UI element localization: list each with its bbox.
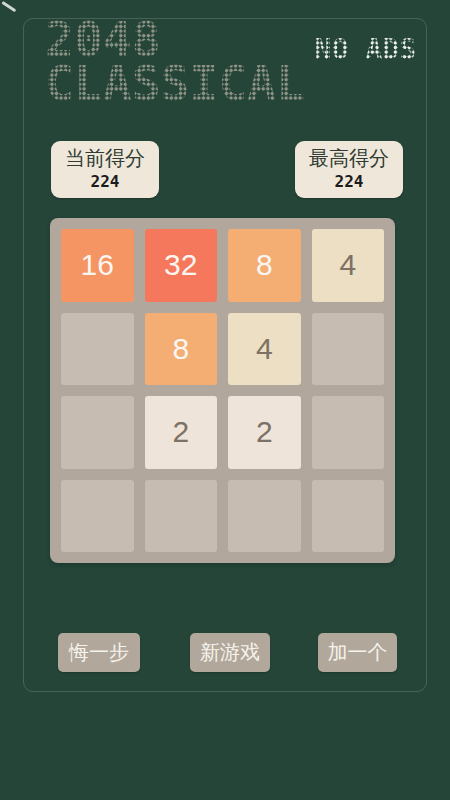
tile-32: 32 <box>145 229 218 302</box>
tile-4: 4 <box>312 229 385 302</box>
app-title-line2: CLASSICAL <box>45 59 305 107</box>
no-ads-button[interactable]: NO ADS <box>315 36 416 64</box>
tile-16: 16 <box>61 229 134 302</box>
app-title-line1: 2048 <box>45 15 161 63</box>
tile-8: 8 <box>228 229 301 302</box>
status-bar-artifact <box>1 1 16 12</box>
new-game-button[interactable]: 新游戏 <box>190 633 270 672</box>
cell-empty <box>61 313 134 386</box>
undo-button[interactable]: 悔一步 <box>58 633 140 672</box>
tile-2: 2 <box>228 396 301 469</box>
current-score-box: 当前得分 224 <box>51 141 159 198</box>
cell-empty <box>312 480 385 553</box>
best-score-label: 最高得分 <box>295 146 403 170</box>
best-score-value: 224 <box>295 172 403 192</box>
current-score-label: 当前得分 <box>51 146 159 170</box>
cell-empty <box>61 480 134 553</box>
tile-4: 4 <box>228 313 301 386</box>
add-one-button[interactable]: 加一个 <box>318 633 397 672</box>
cell-empty <box>61 396 134 469</box>
tile-8: 8 <box>145 313 218 386</box>
cell-empty <box>312 396 385 469</box>
cell-empty <box>145 480 218 553</box>
cell-empty <box>312 313 385 386</box>
best-score-box: 最高得分 224 <box>295 141 403 198</box>
board[interactable]: 1632848422 <box>50 218 395 563</box>
cell-empty <box>228 480 301 553</box>
current-score-value: 224 <box>51 172 159 192</box>
tile-2: 2 <box>145 396 218 469</box>
